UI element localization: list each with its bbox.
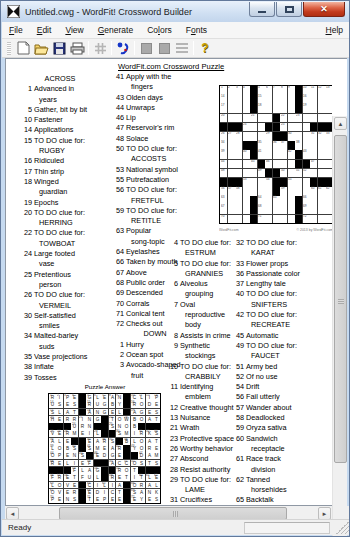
grid-cell[interactable]: 37 — [280, 141, 287, 150]
grid-cell[interactable] — [288, 95, 295, 104]
grid-cell[interactable] — [318, 141, 325, 150]
grid-cell[interactable]: 19 — [303, 104, 310, 113]
grid-cell[interactable]: 47 — [310, 160, 317, 169]
grid-cell[interactable] — [318, 150, 325, 159]
grid-cell[interactable] — [243, 169, 250, 178]
grid-cell[interactable]: 12 — [318, 86, 325, 95]
grid-cell[interactable]: 42 — [288, 150, 295, 159]
grid-cell[interactable] — [243, 160, 250, 169]
grid-cell[interactable] — [258, 123, 265, 132]
grid-cell[interactable] — [303, 123, 310, 132]
fonts-button[interactable] — [173, 40, 191, 56]
grid-cell[interactable] — [318, 160, 325, 169]
grid-cell[interactable] — [228, 150, 235, 159]
grid-cell[interactable] — [258, 178, 265, 187]
grid-cell[interactable] — [318, 215, 325, 224]
clue-number: 69 — [110, 288, 124, 298]
grid-cell: R — [71, 489, 78, 496]
grid-cell[interactable]: 2 — [228, 86, 235, 95]
cell-letter: O — [132, 460, 137, 465]
menu-item-fonts[interactable]: Fonts — [179, 23, 214, 37]
cell-letter: S — [57, 402, 62, 407]
cell-letter: M — [72, 431, 77, 436]
grid-cell[interactable] — [295, 187, 302, 196]
grid-cell[interactable]: 18 — [258, 104, 265, 113]
grid-cell[interactable] — [280, 150, 287, 159]
cell-letter: G — [94, 468, 99, 473]
grid-cell[interactable] — [250, 178, 257, 187]
clue-number: 37 — [230, 279, 244, 289]
grid-cell[interactable] — [325, 150, 332, 159]
grid-cell: I — [131, 430, 138, 437]
grid-cell: 43Y — [131, 445, 138, 452]
grid-cell: L — [56, 409, 63, 416]
minimize-icon — [258, 11, 266, 13]
grid-cell[interactable]: 53 — [243, 178, 250, 187]
grid-cell[interactable] — [273, 205, 280, 214]
grid-cell[interactable]: 17 — [220, 104, 227, 113]
help-button[interactable]: ? — [196, 40, 214, 56]
grid-cell[interactable] — [243, 114, 250, 123]
grid-cell[interactable]: 28 — [235, 132, 242, 141]
grid-cell[interactable] — [325, 104, 332, 113]
grid-cell[interactable] — [265, 150, 272, 159]
grid-cell[interactable]: 32 — [318, 132, 325, 141]
clue-text: Drift — [246, 382, 259, 392]
grid-cell[interactable] — [265, 205, 272, 214]
cell-letter: L — [132, 439, 137, 444]
grid-cell[interactable] — [295, 132, 302, 141]
color-swatch-1-button[interactable] — [137, 40, 155, 56]
black-cell — [318, 123, 325, 132]
cell-number: 31 — [311, 132, 314, 135]
open-button[interactable] — [32, 40, 50, 56]
grid-cell: U — [94, 401, 101, 408]
menu-item-view[interactable]: View — [58, 23, 90, 37]
cell-letter: L — [94, 431, 99, 436]
grid-cell: 58E — [64, 474, 71, 481]
grid-cell[interactable]: 51 — [295, 169, 302, 178]
grid-cell[interactable] — [310, 205, 317, 214]
grid-cell[interactable]: 25 — [280, 123, 287, 132]
menu-item-file[interactable]: File — [2, 23, 30, 37]
cell-letter: E — [87, 439, 92, 444]
grid-cell[interactable] — [310, 95, 317, 104]
vertical-scrollbar[interactable]: ▲ ▼ — [332, 116, 347, 537]
toolbar: ? — [2, 39, 350, 58]
grid-cell[interactable] — [325, 160, 332, 169]
grid-cell[interactable] — [310, 141, 317, 150]
cell-number: 50 — [281, 169, 284, 172]
clue-text: TO DO clue for: KARAT — [246, 238, 297, 259]
grid-cell[interactable] — [243, 205, 250, 214]
clue-number: 66 — [110, 257, 124, 267]
grid-cell[interactable]: 20 — [220, 114, 227, 123]
grid-cell: 49F — [86, 460, 93, 467]
grid-cell[interactable] — [288, 215, 295, 224]
grid-cell[interactable]: 8 — [280, 86, 287, 95]
grid-cell[interactable]: 33 — [325, 132, 332, 141]
grid-cell[interactable] — [288, 123, 295, 132]
grid-cell: 17S — [49, 409, 56, 416]
grid-cell[interactable] — [235, 215, 242, 224]
black-cell — [295, 196, 302, 205]
grid-cell[interactable] — [258, 114, 265, 123]
black-cell — [123, 409, 130, 416]
black-cell — [109, 430, 116, 437]
grid-cell[interactable]: 61 — [318, 187, 325, 196]
grid-cell: I — [101, 489, 108, 496]
grid-cell[interactable]: 5 — [258, 86, 265, 95]
cell-letter: T — [72, 409, 77, 414]
close-button[interactable]: ✕ — [303, 2, 345, 17]
grid-button[interactable] — [91, 40, 109, 56]
cell-number: 2 — [228, 86, 230, 89]
grid-cell: 24U — [71, 423, 78, 430]
toolbar-grip-icon[interactable] — [7, 42, 11, 55]
grid-cell[interactable] — [235, 205, 242, 214]
grid-cell[interactable] — [318, 196, 325, 205]
grid-cell[interactable]: 6 — [265, 86, 272, 95]
clue-number: 47 — [110, 123, 124, 133]
grid-cell[interactable]: 55 — [288, 178, 295, 187]
grid-cell[interactable]: 1 — [220, 86, 227, 95]
grid-cell[interactable] — [325, 141, 332, 150]
save-button[interactable] — [50, 40, 68, 56]
grid-cell[interactable]: 9 — [288, 86, 295, 95]
grid-cell[interactable]: 62 — [325, 187, 332, 196]
cell-letter: T — [132, 468, 137, 473]
grid-cell[interactable] — [318, 104, 325, 113]
grid-cell[interactable] — [265, 104, 272, 113]
cell-letter: F — [72, 468, 77, 473]
grid-cell[interactable] — [288, 160, 295, 169]
maximize-button[interactable] — [276, 2, 302, 17]
grid-cell[interactable] — [325, 95, 332, 104]
grid-cell[interactable] — [318, 205, 325, 214]
black-cell — [325, 178, 332, 187]
grid-cell[interactable] — [288, 169, 295, 178]
grid-cell[interactable]: 27 — [228, 132, 235, 141]
clue-text: Automatic — [246, 331, 278, 341]
grid-cell[interactable]: 7 — [273, 86, 280, 95]
grid-cell[interactable]: 39 — [220, 150, 227, 159]
clue-65: 65Backtalk — [230, 495, 316, 505]
grid-cell: R — [79, 423, 86, 430]
grid-cell[interactable] — [318, 169, 325, 178]
clue-text: Fail utterly — [246, 392, 280, 402]
grid-cell[interactable] — [310, 104, 317, 113]
grid-cell[interactable] — [288, 205, 295, 214]
grid-cell[interactable] — [250, 169, 257, 178]
grid-cell[interactable] — [295, 123, 302, 132]
cell-number: 21 — [251, 114, 254, 117]
grid-cell[interactable] — [288, 104, 295, 113]
clue-50: 50TO DO clue for: ACCOSTS — [110, 144, 200, 165]
grid-cell[interactable] — [280, 104, 287, 113]
grid-cell[interactable]: 21 — [250, 114, 257, 123]
grid-cell[interactable] — [303, 114, 310, 123]
grid-cell[interactable] — [325, 169, 332, 178]
black-cell — [295, 95, 302, 104]
black-cell — [273, 132, 280, 141]
grid-cell[interactable]: 46 — [265, 160, 272, 169]
grid-cell: D — [146, 401, 153, 408]
grid-cell[interactable]: 36 — [273, 141, 280, 150]
grid-cell[interactable]: 41 — [258, 150, 265, 159]
grid-cell: 37S — [109, 438, 116, 445]
grid-cell[interactable] — [228, 169, 235, 178]
cell-number: 48 — [221, 169, 224, 172]
grid-cell[interactable] — [243, 132, 250, 141]
clue-number: 70 — [110, 299, 124, 309]
grid-cell[interactable] — [265, 114, 272, 123]
grid-cell[interactable]: 71 — [258, 215, 265, 224]
puzzle-title: WordFit.com Crossword Puzzle — [118, 62, 224, 71]
clue-43: 43Olden days — [110, 93, 200, 103]
grid-cell[interactable] — [280, 196, 287, 205]
resize-grip[interactable] — [336, 521, 349, 534]
grid-cell[interactable] — [310, 169, 317, 178]
grid-cell: T — [153, 438, 160, 445]
grid-cell[interactable] — [235, 95, 242, 104]
grid-cell[interactable]: 10 — [303, 86, 310, 95]
grid-cell[interactable] — [280, 95, 287, 104]
grid-cell: E — [109, 496, 116, 503]
cell-letter: S — [72, 446, 77, 451]
black-cell — [220, 178, 227, 187]
grid-cell[interactable]: 31 — [310, 132, 317, 141]
grid-cell[interactable] — [228, 160, 235, 169]
print-button[interactable] — [68, 40, 86, 56]
cell-number: 60 — [311, 187, 314, 190]
grid-cell[interactable]: 72 — [303, 215, 310, 224]
grid-cell[interactable] — [235, 114, 242, 123]
menu-item-edit[interactable]: Edit — [30, 23, 59, 37]
arrow-left-icon: ◄ — [10, 511, 16, 517]
grid-cell[interactable] — [228, 114, 235, 123]
black-cell — [228, 178, 235, 187]
grid-cell[interactable]: 29 — [265, 132, 272, 141]
grid-cell[interactable]: 23 — [295, 114, 302, 123]
grid-cell[interactable] — [273, 150, 280, 159]
grid-cell[interactable]: 44 — [220, 160, 227, 169]
grid-cell[interactable]: 67 — [220, 205, 227, 214]
grid-cell[interactable] — [228, 104, 235, 113]
clue-number: 54 — [230, 382, 244, 392]
grid-cell[interactable]: 50 — [280, 169, 287, 178]
grid-cell[interactable]: 26 — [220, 132, 227, 141]
grid-cell[interactable] — [303, 178, 310, 187]
minimize-button[interactable] — [249, 2, 275, 17]
grid-cell[interactable] — [235, 196, 242, 205]
clue-text: Pretentious person — [34, 270, 71, 291]
grid-cell[interactable]: 48 — [220, 169, 227, 178]
grid-cell[interactable] — [258, 132, 265, 141]
grid-cell[interactable] — [325, 205, 332, 214]
grid-cell[interactable] — [228, 196, 235, 205]
clue-number: 46 — [110, 113, 124, 123]
grid-cell[interactable] — [325, 114, 332, 123]
grid-cell: U — [86, 474, 93, 481]
grid-cell: 59R — [109, 474, 116, 481]
black-cell — [123, 401, 130, 408]
grid-cell[interactable] — [265, 141, 272, 150]
grid-cell[interactable] — [235, 141, 242, 150]
grid-cell: L — [116, 409, 123, 416]
grid-cell: P — [56, 452, 63, 459]
grid-cell[interactable] — [280, 205, 287, 214]
grid-cell[interactable] — [250, 123, 257, 132]
grid-cell[interactable] — [228, 215, 235, 224]
grid-cell[interactable]: 38 — [295, 141, 302, 150]
grid-cell[interactable] — [288, 196, 295, 205]
grid-cell[interactable] — [250, 132, 257, 141]
clue-37: 37Lengthy tale — [230, 279, 316, 289]
grid-cell[interactable] — [273, 215, 280, 224]
grid-cell[interactable] — [280, 160, 287, 169]
grid-cell[interactable] — [265, 95, 272, 104]
grid-cell[interactable] — [250, 187, 257, 196]
clue-number: 14 — [18, 125, 32, 135]
grid-cell[interactable]: 3 — [235, 86, 242, 95]
clue-number: 24 — [18, 249, 32, 270]
grid-cell[interactable] — [265, 215, 272, 224]
toolbar-separator — [193, 41, 194, 55]
grid-cell[interactable]: 24 — [243, 123, 250, 132]
cell-number: 68 — [258, 205, 261, 208]
clue-text: Nuisance — [180, 413, 210, 423]
grid-cell[interactable] — [235, 169, 242, 178]
clue-number: 40 — [230, 289, 244, 310]
grid-cell[interactable] — [228, 95, 235, 104]
clue-number: 26 — [164, 444, 178, 454]
grid-cell[interactable]: 45 — [250, 160, 257, 169]
grid-cell: O — [138, 401, 145, 408]
grid-cell[interactable] — [310, 196, 317, 205]
grid-cell[interactable] — [235, 160, 242, 169]
grid-cell[interactable]: 69 — [303, 205, 310, 214]
grid-cell[interactable] — [243, 215, 250, 224]
grid-cell[interactable] — [265, 196, 272, 205]
grid-cell[interactable] — [273, 160, 280, 169]
titlebar[interactable]: Untitled.cwg - WordFit! Crossword Builde… — [1, 1, 349, 22]
grid-cell[interactable] — [243, 187, 250, 196]
cell-number: 18 — [258, 104, 261, 107]
grid-cell: I — [131, 474, 138, 481]
grid-cell[interactable] — [325, 215, 332, 224]
grid-cell[interactable]: 59 — [280, 187, 287, 196]
grid-cell[interactable]: 11 — [310, 86, 317, 95]
cell-letter: D — [139, 453, 144, 458]
cell-number: 4 — [243, 86, 245, 89]
menu-item-generate[interactable]: Generate — [91, 23, 140, 37]
cell-letter: I — [132, 431, 137, 436]
scroll-up-button[interactable]: ▲ — [334, 117, 347, 130]
grid-cell: T — [71, 474, 78, 481]
grid-cell[interactable] — [265, 187, 272, 196]
grid-cell[interactable] — [228, 141, 235, 150]
clue-number: 36 — [230, 269, 244, 279]
grid-cell: E — [64, 401, 71, 408]
grid-cell[interactable] — [228, 205, 235, 214]
grid-cell[interactable]: 60 — [310, 187, 317, 196]
grid-cell[interactable]: 13 — [325, 86, 332, 95]
cell-letter: A — [109, 446, 114, 451]
grid-cell: 31R — [138, 430, 145, 437]
new-button[interactable] — [14, 40, 32, 56]
grid-cell: G — [101, 409, 108, 416]
grid-cell[interactable] — [303, 132, 310, 141]
menu-item-help[interactable]: Help — [319, 23, 350, 37]
clue-39: 39Tosses — [18, 373, 102, 383]
grid-cell[interactable]: 68 — [258, 205, 265, 214]
grid-cell[interactable] — [310, 150, 317, 159]
grid-cell[interactable]: 30 — [288, 132, 295, 141]
grid-cell[interactable]: 49 — [258, 169, 265, 178]
black-cell — [325, 123, 332, 132]
cell-letter: R — [132, 402, 137, 407]
grid-cell[interactable] — [243, 104, 250, 113]
grid-cell[interactable] — [235, 150, 242, 159]
grid-cell[interactable]: 22 — [280, 114, 287, 123]
cell-number: 9 — [288, 86, 290, 89]
clue-number: 43 — [110, 93, 124, 103]
cell-letter: O — [50, 490, 55, 495]
grid-cell[interactable]: 70 — [220, 215, 227, 224]
menu-item-colors[interactable]: Colors — [140, 23, 179, 37]
generate-button[interactable] — [114, 40, 132, 56]
grid-cell[interactable] — [288, 114, 295, 123]
grid-cell[interactable] — [235, 104, 242, 113]
cell-letter: E — [87, 490, 92, 495]
clue-number: 59 — [110, 206, 124, 227]
black-cell — [79, 438, 86, 445]
grid-cell[interactable] — [273, 95, 280, 104]
grid-cell[interactable] — [310, 215, 317, 224]
vertical-scroll-thumb[interactable] — [334, 135, 347, 463]
grid-cell: 45S — [79, 452, 86, 459]
grid-cell: 66O — [131, 482, 138, 489]
grid-cell[interactable] — [325, 196, 332, 205]
grid-cell[interactable]: 52 — [303, 169, 310, 178]
clue-text: Oryza sativa — [246, 423, 287, 433]
grid-cell[interactable] — [288, 187, 295, 196]
grid-cell[interactable]: 58 — [235, 187, 242, 196]
clue-text: Olden days — [126, 93, 163, 103]
grid-cell[interactable]: 40 — [243, 150, 250, 159]
grid-cell[interactable] — [280, 215, 287, 224]
cell-letter: L — [94, 475, 99, 480]
grid-cell[interactable] — [295, 178, 302, 187]
grid-cell[interactable]: 54 — [265, 178, 272, 187]
grid-cell[interactable] — [243, 95, 250, 104]
grid-cell[interactable]: 65 — [273, 196, 280, 205]
clue-number: 17 — [18, 167, 32, 177]
grid-cell[interactable] — [273, 104, 280, 113]
grid-cell[interactable]: 4 — [243, 86, 250, 95]
grid-cell[interactable] — [318, 114, 325, 123]
color-swatch-2-button[interactable] — [155, 40, 173, 56]
cell-letter: T — [124, 475, 129, 480]
grid-cell[interactable]: 43 — [303, 150, 310, 159]
clue-18: 18Winged guardian — [18, 177, 102, 198]
cell-letter: B — [109, 402, 114, 407]
grid-cell[interactable] — [310, 114, 317, 123]
grid-cell[interactable] — [243, 196, 250, 205]
grid-cell[interactable] — [318, 95, 325, 104]
grid-cell[interactable]: 57 — [228, 187, 235, 196]
